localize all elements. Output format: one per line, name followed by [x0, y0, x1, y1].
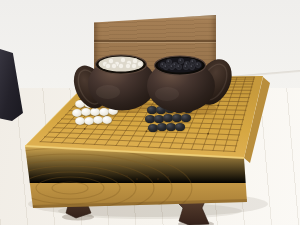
white-stone-in-bowl [105, 63, 110, 68]
black-stone [172, 114, 182, 122]
black-stone-in-bowl [163, 64, 168, 69]
black-stone-bowl [147, 56, 215, 113]
black-stone-in-bowl [189, 64, 194, 69]
black-stone [175, 123, 185, 131]
white-stone-in-bowl [131, 63, 136, 68]
black-stone-in-bowl [195, 62, 200, 67]
white-stone-in-bowl [132, 58, 137, 63]
goban-photo-scene [0, 0, 300, 225]
white-stone [99, 108, 109, 116]
white-stone [81, 108, 91, 116]
white-stone [75, 117, 85, 125]
black-stone-in-bowl [176, 64, 181, 69]
black-stone-in-bowl [183, 64, 188, 69]
white-stone [72, 109, 82, 117]
white-stone-in-bowl [118, 63, 123, 68]
black-stone [166, 123, 176, 131]
go-board-illustration [0, 0, 300, 225]
white-stone [102, 116, 112, 124]
black-stone-in-bowl [178, 58, 183, 63]
black-stone [181, 114, 191, 122]
black-stone [157, 123, 167, 131]
black-stone [163, 114, 173, 122]
white-stone [90, 108, 100, 116]
white-stone-in-bowl [137, 61, 142, 66]
white-stone-in-bowl [120, 57, 125, 62]
black-stone-in-bowl [166, 59, 171, 64]
black-stone-in-bowl [190, 59, 195, 64]
black-stone [147, 106, 157, 114]
white-stone [84, 117, 94, 125]
black-stone-in-bowl [169, 64, 174, 69]
white-stone-bowl [88, 55, 156, 111]
black-stone [148, 124, 158, 132]
black-stone [145, 115, 155, 123]
white-stone-in-bowl [108, 58, 113, 63]
black-stone [154, 115, 164, 123]
white-stone [93, 116, 103, 124]
white-stone-in-bowl [125, 63, 130, 68]
white-stone-in-bowl [111, 63, 116, 68]
